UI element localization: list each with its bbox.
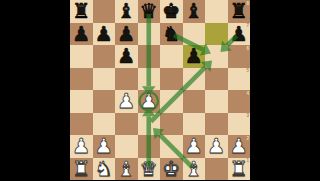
square-c8[interactable]: ♝ [115,0,138,23]
square-e2[interactable] [160,135,183,158]
right-letterbox-bar [250,0,320,180]
piece-black-pawn-f6[interactable]: ♟ [183,45,206,68]
square-g6[interactable] [205,45,228,68]
rank-coordinate-5: 5 [246,68,249,73]
square-a7[interactable]: ♟ [70,23,93,46]
square-e3[interactable] [160,113,183,136]
square-h5[interactable]: 5 [228,68,251,91]
square-e1[interactable]: ♚ [160,158,183,181]
piece-black-pawn-c6[interactable]: ♟ [115,45,138,68]
square-c3[interactable] [115,113,138,136]
piece-white-rook-h1[interactable]: ♜ [228,157,251,180]
rank-coordinate-3: 3 [246,113,249,118]
piece-white-queen-d1[interactable]: ♛ [138,157,161,180]
square-d6[interactable] [138,45,161,68]
square-a8[interactable]: ♜ [70,0,93,23]
square-f5[interactable] [183,68,206,91]
chess-board[interactable]: ♜♝♛♚♝8♜♟♟♟♞7♟♟♟65♟♟43♟♟♟♟2♟♜♞♝♛♚♝1♜ [70,0,250,180]
square-g4[interactable] [205,90,228,113]
piece-white-pawn-g2[interactable]: ♟ [205,135,228,158]
square-b5[interactable] [93,68,116,91]
square-h1[interactable]: 1♜ [228,158,251,181]
square-d7[interactable] [138,23,161,46]
piece-white-pawn-h2[interactable]: ♟ [228,135,251,158]
piece-black-bishop-c8[interactable]: ♝ [115,0,138,22]
square-d5[interactable] [138,68,161,91]
square-g5[interactable] [205,68,228,91]
piece-white-rook-a1[interactable]: ♜ [70,157,93,180]
square-c6[interactable]: ♟ [115,45,138,68]
piece-black-pawn-a7[interactable]: ♟ [70,22,93,45]
square-b1[interactable]: ♞ [93,158,116,181]
square-g8[interactable] [205,0,228,23]
square-h3[interactable]: 3 [228,113,251,136]
chess-analysis-screenshot: { "game": "chess", "position": "r1bqkb1r… [0,0,320,180]
square-h7[interactable]: 7♟ [228,23,251,46]
piece-black-bishop-f8[interactable]: ♝ [183,0,206,22]
square-a5[interactable] [70,68,93,91]
square-d8[interactable]: ♛ [138,0,161,23]
square-f8[interactable]: ♝ [183,0,206,23]
square-h2[interactable]: 2♟ [228,135,251,158]
piece-white-pawn-d4[interactable]: ♟ [138,90,161,113]
piece-black-rook-a8[interactable]: ♜ [70,0,93,22]
square-f6[interactable]: ♟ [183,45,206,68]
piece-white-knight-b1[interactable]: ♞ [93,157,116,180]
square-a1[interactable]: ♜ [70,158,93,181]
rank-coordinate-6: 6 [246,46,249,51]
square-f1[interactable]: ♝ [183,158,206,181]
square-d2[interactable] [138,135,161,158]
square-a2[interactable]: ♟ [70,135,93,158]
square-e7[interactable]: ♞ [160,23,183,46]
piece-white-pawn-b2[interactable]: ♟ [93,135,116,158]
piece-white-bishop-f1[interactable]: ♝ [183,157,206,180]
square-f4[interactable] [183,90,206,113]
piece-black-knight-e7[interactable]: ♞ [160,22,183,45]
square-h4[interactable]: 4 [228,90,251,113]
rank-coordinate-4: 4 [246,91,249,96]
board-squares[interactable]: ♜♝♛♚♝8♜♟♟♟♞7♟♟♟65♟♟43♟♟♟♟2♟♜♞♝♛♚♝1♜ [70,0,250,180]
square-b6[interactable] [93,45,116,68]
square-a3[interactable] [70,113,93,136]
square-h8[interactable]: 8♜ [228,0,251,23]
square-a6[interactable] [70,45,93,68]
square-h6[interactable]: 6 [228,45,251,68]
square-e8[interactable]: ♚ [160,0,183,23]
square-a4[interactable] [70,90,93,113]
piece-black-pawn-h7[interactable]: ♟ [228,22,251,45]
square-g1[interactable] [205,158,228,181]
piece-white-pawn-f2[interactable]: ♟ [183,135,206,158]
square-c7[interactable]: ♟ [115,23,138,46]
piece-white-pawn-a2[interactable]: ♟ [70,135,93,158]
square-d4[interactable]: ♟ [138,90,161,113]
square-d1[interactable]: ♛ [138,158,161,181]
piece-white-pawn-c4[interactable]: ♟ [115,90,138,113]
square-g3[interactable] [205,113,228,136]
square-e5[interactable] [160,68,183,91]
square-c1[interactable]: ♝ [115,158,138,181]
piece-white-bishop-c1[interactable]: ♝ [115,157,138,180]
piece-white-king-e1[interactable]: ♚ [160,157,183,180]
square-b7[interactable]: ♟ [93,23,116,46]
square-c2[interactable] [115,135,138,158]
square-b4[interactable] [93,90,116,113]
square-f3[interactable] [183,113,206,136]
square-g7[interactable] [205,23,228,46]
square-e6[interactable] [160,45,183,68]
square-e4[interactable] [160,90,183,113]
piece-black-pawn-b7[interactable]: ♟ [93,22,116,45]
square-f7[interactable] [183,23,206,46]
piece-black-queen-d8[interactable]: ♛ [138,0,161,22]
square-b3[interactable] [93,113,116,136]
square-b2[interactable]: ♟ [93,135,116,158]
square-d3[interactable] [138,113,161,136]
square-c4[interactable]: ♟ [115,90,138,113]
square-c5[interactable] [115,68,138,91]
piece-black-rook-h8[interactable]: ♜ [228,0,251,22]
square-g2[interactable]: ♟ [205,135,228,158]
square-f2[interactable]: ♟ [183,135,206,158]
piece-black-pawn-c7[interactable]: ♟ [115,22,138,45]
piece-black-king-e8[interactable]: ♚ [160,0,183,22]
square-b8[interactable] [93,0,116,23]
left-letterbox-bar [0,0,70,180]
